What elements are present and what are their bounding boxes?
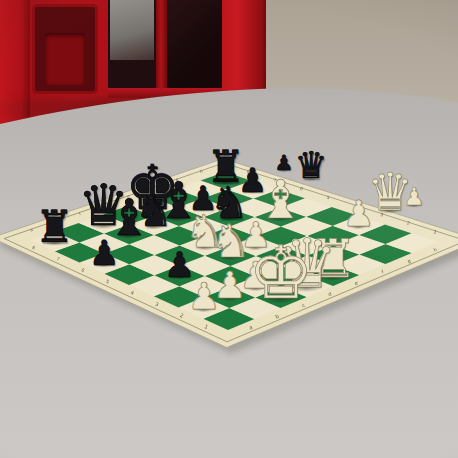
chess-set-photo: 1122334455667788aabbccddeeffgghh ♟♛♜♟♟♚♟…	[0, 0, 458, 458]
white-pawn-h3: ♟	[342, 196, 374, 232]
pieces-layer: ♟♛♜♟♟♚♟♛♝♝♞♛♟♞♝♜♞♟♞♟♜♟♛♟♚♟♟	[0, 0, 458, 458]
white-pawn-a2: ♟	[187, 278, 220, 315]
black-pawn-a6: ♟	[89, 236, 119, 270]
white-king-c1: ♚	[248, 236, 313, 309]
black-rook-a8: ♜	[35, 205, 74, 249]
